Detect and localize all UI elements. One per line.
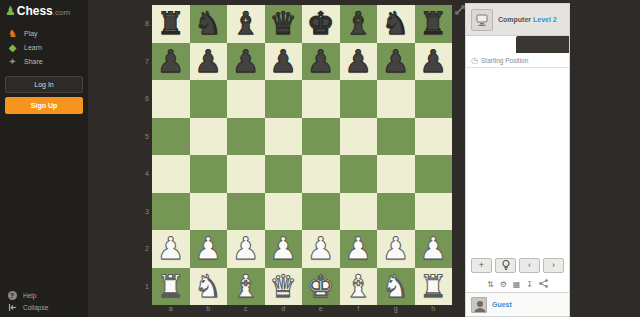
square-f1[interactable]: ♝: [340, 268, 378, 306]
panel-tabs: [466, 36, 569, 53]
white-pawn-b2[interactable]: ♟: [194, 230, 222, 267]
black-rook-a8[interactable]: ♜: [157, 5, 185, 42]
square-e1[interactable]: ♚: [302, 268, 340, 306]
file-label-c: c: [227, 305, 265, 317]
white-pawn-h2[interactable]: ♟: [419, 230, 447, 267]
white-pawn-f2[interactable]: ♟: [344, 230, 372, 267]
square-d5[interactable]: [265, 118, 303, 156]
black-bishop-c8[interactable]: ♝: [232, 5, 260, 42]
white-queen-d1[interactable]: ♛: [269, 268, 297, 305]
sidebar-item-learn[interactable]: ◆ Learn: [0, 40, 88, 54]
square-a7[interactable]: ♟: [152, 43, 190, 81]
rank-label-1: 1: [138, 268, 149, 306]
square-b6[interactable]: [190, 80, 228, 118]
login-button[interactable]: Log In: [5, 76, 83, 93]
square-e4[interactable]: [302, 155, 340, 193]
opponent-header: Computer Level 2: [466, 4, 569, 36]
square-b2[interactable]: ♟: [190, 230, 228, 268]
sidebar-bottom: ? Help Collapse: [0, 289, 88, 313]
square-h2[interactable]: ♟: [415, 230, 453, 268]
square-a5[interactable]: [152, 118, 190, 156]
white-knight-b1[interactable]: ♞: [194, 268, 222, 305]
square-g6[interactable]: [377, 80, 415, 118]
square-g2[interactable]: ♟: [377, 230, 415, 268]
square-g5[interactable]: [377, 118, 415, 156]
square-g7[interactable]: ♟: [377, 43, 415, 81]
square-d1[interactable]: ♛: [265, 268, 303, 306]
white-pawn-g2[interactable]: ♟: [382, 230, 410, 267]
square-d8[interactable]: ♛: [265, 5, 303, 43]
square-h6[interactable]: [415, 80, 453, 118]
panel-icon-strip: ⇅ ⚙ ▦ ↧: [466, 276, 569, 292]
square-a3[interactable]: [152, 193, 190, 231]
white-king-e1[interactable]: ♚: [307, 268, 335, 305]
move-forward-button[interactable]: ›: [543, 258, 564, 273]
opponent-level-link[interactable]: Level 2: [533, 16, 557, 23]
download-icon[interactable]: ↧: [526, 280, 533, 289]
black-king-e8[interactable]: ♚: [307, 5, 335, 42]
analysis-board-icon[interactable]: ▦: [513, 280, 521, 289]
file-label-d: d: [265, 305, 303, 317]
computer-icon: [471, 9, 493, 31]
black-bishop-f8[interactable]: ♝: [344, 5, 372, 42]
black-pawn-e7[interactable]: ♟: [307, 43, 335, 80]
square-a4[interactable]: [152, 155, 190, 193]
rank-label-7: 7: [138, 43, 149, 81]
rank-label-6: 6: [138, 80, 149, 118]
square-b3[interactable]: [190, 193, 228, 231]
file-label-b: b: [190, 305, 228, 317]
black-pawn-g7[interactable]: ♟: [382, 43, 410, 80]
square-h7[interactable]: ♟: [415, 43, 453, 81]
white-pawn-c2[interactable]: ♟: [232, 230, 260, 267]
sidebar-nav: ♞ Play ◆ Learn ✦ Share: [0, 26, 88, 68]
square-e2[interactable]: ♟: [302, 230, 340, 268]
square-c8[interactable]: ♝: [227, 5, 265, 43]
game-controls: + ‹ ›: [466, 254, 569, 276]
white-rook-a1[interactable]: ♜: [157, 268, 185, 305]
settings-gear-icon[interactable]: ⚙: [500, 280, 507, 289]
collapse-button[interactable]: Collapse: [0, 301, 88, 313]
black-knight-g8[interactable]: ♞: [382, 5, 410, 42]
square-g4[interactable]: [377, 155, 415, 193]
black-pawn-d7[interactable]: ♟: [269, 43, 297, 80]
chess-board: ♜♞♝♛♚♝♞♜♟♟♟♟♟♟♟♟♟♟♟♟♟♟♟♟♜♞♝♛♚♝♞♜: [152, 5, 452, 305]
help-icon: ?: [7, 290, 17, 300]
sidebar-item-play[interactable]: ♞ Play: [0, 26, 88, 40]
white-pawn-a2[interactable]: ♟: [157, 230, 185, 267]
file-label-f: f: [340, 305, 378, 317]
square-d3[interactable]: [265, 193, 303, 231]
tab-dark[interactable]: [516, 36, 569, 53]
black-pawn-h7[interactable]: ♟: [419, 43, 447, 80]
logo-pawn-icon: ♟: [5, 4, 16, 18]
black-rook-h8[interactable]: ♜: [419, 5, 447, 42]
square-c4[interactable]: [227, 155, 265, 193]
square-f7[interactable]: ♟: [340, 43, 378, 81]
square-c7[interactable]: ♟: [227, 43, 265, 81]
logo-brand: Chess: [17, 4, 53, 18]
file-label-h: h: [415, 305, 453, 317]
square-g8[interactable]: ♞: [377, 5, 415, 43]
new-game-button[interactable]: +: [471, 258, 492, 273]
square-d4[interactable]: [265, 155, 303, 193]
black-pawn-a7[interactable]: ♟: [157, 43, 185, 80]
clock-icon: ◷: [471, 56, 478, 65]
square-h4[interactable]: [415, 155, 453, 193]
square-h1[interactable]: ♜: [415, 268, 453, 306]
square-h3[interactable]: [415, 193, 453, 231]
play-knight-icon: ♞: [7, 28, 18, 39]
hint-button[interactable]: [495, 258, 516, 273]
help-button[interactable]: ? Help: [0, 289, 88, 301]
square-e8[interactable]: ♚: [302, 5, 340, 43]
square-a6[interactable]: [152, 80, 190, 118]
square-f6[interactable]: [340, 80, 378, 118]
rank-label-3: 3: [138, 193, 149, 231]
guest-name-link[interactable]: Guest: [492, 301, 512, 308]
square-a1[interactable]: ♜: [152, 268, 190, 306]
square-b8[interactable]: ♞: [190, 5, 228, 43]
black-knight-b8[interactable]: ♞: [194, 5, 222, 42]
square-a2[interactable]: ♟: [152, 230, 190, 268]
square-g1[interactable]: ♞: [377, 268, 415, 306]
file-label-e: e: [302, 305, 340, 317]
file-labels: abcdefgh: [152, 305, 452, 317]
sidebar-item-label: Learn: [24, 44, 42, 51]
move-list[interactable]: [466, 68, 569, 254]
white-knight-g1[interactable]: ♞: [382, 268, 410, 305]
rank-label-5: 5: [138, 118, 149, 156]
square-c6[interactable]: [227, 80, 265, 118]
player-row: Guest: [466, 292, 569, 316]
flip-board-icon[interactable]: ⇅: [487, 280, 494, 289]
signup-button[interactable]: Sign Up: [5, 97, 83, 114]
square-f2[interactable]: ♟: [340, 230, 378, 268]
black-pawn-b7[interactable]: ♟: [194, 43, 222, 80]
square-g3[interactable]: [377, 193, 415, 231]
white-bishop-c1[interactable]: ♝: [232, 268, 260, 305]
sidebar-item-label: Share: [24, 58, 43, 65]
square-c1[interactable]: ♝: [227, 268, 265, 306]
share-icon: ✦: [7, 56, 18, 67]
learn-icon: ◆: [7, 42, 18, 53]
sidebar: ♟ Chess .com ♞ Play ◆ Learn ✦ Share Log …: [0, 0, 88, 317]
file-label-a: a: [152, 305, 190, 317]
square-e7[interactable]: ♟: [302, 43, 340, 81]
square-c2[interactable]: ♟: [227, 230, 265, 268]
square-c3[interactable]: [227, 193, 265, 231]
share-arrows-icon[interactable]: [539, 279, 548, 290]
app-root: ♟ Chess .com ♞ Play ◆ Learn ✦ Share Log …: [0, 0, 640, 317]
white-bishop-f1[interactable]: ♝: [344, 268, 372, 305]
opponent-name: Computer Level 2: [498, 16, 557, 23]
move-list-start: ◷ Starting Position: [466, 53, 569, 68]
chesscom-logo[interactable]: ♟ Chess .com: [0, 0, 88, 18]
rank-label-2: 2: [138, 230, 149, 268]
square-b5[interactable]: [190, 118, 228, 156]
square-d6[interactable]: [265, 80, 303, 118]
square-b1[interactable]: ♞: [190, 268, 228, 306]
move-back-button[interactable]: ‹: [519, 258, 540, 273]
sidebar-item-share[interactable]: ✦ Share: [0, 54, 88, 68]
square-b4[interactable]: [190, 155, 228, 193]
rank-label-8: 8: [138, 5, 149, 43]
black-pawn-c7[interactable]: ♟: [232, 43, 260, 80]
square-c5[interactable]: [227, 118, 265, 156]
rank-label-4: 4: [138, 155, 149, 193]
rank-labels: 87654321: [138, 5, 149, 305]
square-a8[interactable]: ♜: [152, 5, 190, 43]
board-resize-handle[interactable]: [455, 1, 465, 11]
tab-moves-active[interactable]: [466, 36, 516, 53]
square-d2[interactable]: ♟: [265, 230, 303, 268]
square-e6[interactable]: [302, 80, 340, 118]
game-panel: Computer Level 2 ◷ Starting Position + ‹: [465, 3, 570, 317]
square-f8[interactable]: ♝: [340, 5, 378, 43]
collapse-icon: [7, 302, 17, 312]
square-f4[interactable]: [340, 155, 378, 193]
square-f3[interactable]: [340, 193, 378, 231]
guest-avatar[interactable]: [471, 297, 487, 313]
white-rook-h1[interactable]: ♜: [419, 268, 447, 305]
file-label-g: g: [377, 305, 415, 317]
white-pawn-e2[interactable]: ♟: [307, 230, 335, 267]
square-b7[interactable]: ♟: [190, 43, 228, 81]
square-h5[interactable]: [415, 118, 453, 156]
square-e3[interactable]: [302, 193, 340, 231]
sidebar-item-label: Play: [24, 30, 38, 37]
square-d7[interactable]: ♟: [265, 43, 303, 81]
black-pawn-f7[interactable]: ♟: [344, 43, 372, 80]
starting-position-label: Starting Position: [481, 57, 528, 64]
square-f5[interactable]: [340, 118, 378, 156]
logo-tld: .com: [53, 8, 70, 17]
square-h8[interactable]: ♜: [415, 5, 453, 43]
black-queen-d8[interactable]: ♛: [269, 5, 297, 42]
square-e5[interactable]: [302, 118, 340, 156]
white-pawn-d2[interactable]: ♟: [269, 230, 297, 267]
